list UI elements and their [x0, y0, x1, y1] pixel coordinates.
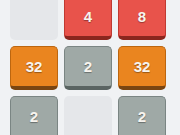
tile-2: 2 — [64, 46, 112, 90]
empty-cell — [10, 0, 58, 40]
tile-4: 4 — [64, 0, 112, 40]
tile-8: 8 — [118, 0, 166, 40]
tile-2: 2 — [118, 96, 166, 135]
game-screen: 483223222 — [0, 0, 180, 135]
tile-32: 32 — [118, 46, 166, 90]
tile-2: 2 — [10, 96, 58, 135]
tile-32: 32 — [10, 46, 58, 90]
board[interactable]: 483223222 — [10, 0, 166, 135]
empty-cell — [64, 96, 112, 135]
